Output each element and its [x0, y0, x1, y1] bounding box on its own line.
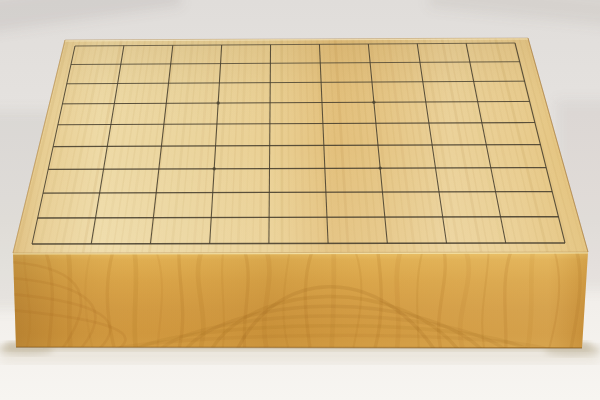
product-photo-backdrop [0, 0, 600, 400]
front-bottom-edge [16, 347, 582, 348]
board-front-face [10, 252, 588, 352]
shogi-board-photo [0, 0, 600, 400]
